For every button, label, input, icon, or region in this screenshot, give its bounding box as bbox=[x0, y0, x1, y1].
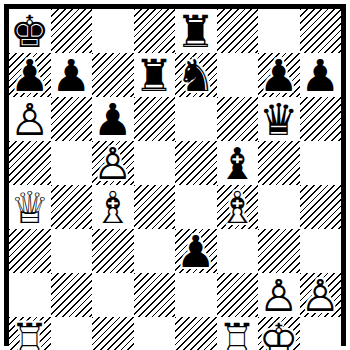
square-h2[interactable]: ♟♙ bbox=[300, 273, 342, 317]
square-c5[interactable]: ♟♙ bbox=[92, 141, 134, 185]
square-g6[interactable]: ♛ bbox=[258, 97, 300, 141]
white-pawn: ♟♙ bbox=[9, 97, 51, 141]
square-a1[interactable]: ♜♖ bbox=[9, 317, 51, 350]
square-a4[interactable]: ♛♕ bbox=[9, 185, 51, 229]
square-c8[interactable] bbox=[92, 9, 134, 53]
square-g2[interactable]: ♟♙ bbox=[258, 273, 300, 317]
square-f1[interactable]: ♜♖ bbox=[217, 317, 259, 350]
white-rook: ♜♖ bbox=[9, 317, 51, 350]
square-h7[interactable]: ♟ bbox=[300, 53, 342, 97]
square-b6[interactable] bbox=[51, 97, 93, 141]
square-c2[interactable] bbox=[92, 273, 134, 317]
square-a8[interactable]: ♚ bbox=[9, 9, 51, 53]
square-h1[interactable] bbox=[300, 317, 342, 350]
square-g8[interactable] bbox=[258, 9, 300, 53]
square-a3[interactable] bbox=[9, 229, 51, 273]
square-c7[interactable] bbox=[92, 53, 134, 97]
square-g1[interactable]: ♚♔ bbox=[258, 317, 300, 350]
square-f7[interactable] bbox=[217, 53, 259, 97]
square-d5[interactable] bbox=[134, 141, 176, 185]
chess-diagram: ♚♜♟♟♜♞♟♟♟♙♟♛♟♙♝♛♕♝♗♝♗♟♟♙♟♙♜♖♜♖♚♔ bbox=[0, 0, 350, 350]
white-king: ♚♔ bbox=[258, 317, 300, 350]
square-d7[interactable]: ♜ bbox=[134, 53, 176, 97]
square-b4[interactable] bbox=[51, 185, 93, 229]
black-rook: ♜ bbox=[134, 53, 176, 97]
black-pawn: ♟ bbox=[92, 97, 134, 141]
square-b7[interactable]: ♟ bbox=[51, 53, 93, 97]
square-b1[interactable] bbox=[51, 317, 93, 350]
black-rook: ♜ bbox=[175, 9, 217, 53]
black-knight: ♞ bbox=[175, 53, 217, 97]
square-d8[interactable] bbox=[134, 9, 176, 53]
square-d2[interactable] bbox=[134, 273, 176, 317]
square-e5[interactable] bbox=[175, 141, 217, 185]
white-pawn: ♟♙ bbox=[92, 141, 134, 185]
square-h3[interactable] bbox=[300, 229, 342, 273]
black-pawn: ♟ bbox=[300, 53, 342, 97]
black-pawn: ♟ bbox=[9, 53, 51, 97]
square-c6[interactable]: ♟ bbox=[92, 97, 134, 141]
square-e7[interactable]: ♞ bbox=[175, 53, 217, 97]
white-queen: ♛♕ bbox=[9, 185, 51, 229]
square-f2[interactable] bbox=[217, 273, 259, 317]
black-pawn: ♟ bbox=[258, 53, 300, 97]
square-h4[interactable] bbox=[300, 185, 342, 229]
square-e1[interactable] bbox=[175, 317, 217, 350]
square-f4[interactable]: ♝♗ bbox=[217, 185, 259, 229]
chessboard-grid: ♚♜♟♟♜♞♟♟♟♙♟♛♟♙♝♛♕♝♗♝♗♟♟♙♟♙♜♖♜♖♚♔ bbox=[9, 9, 341, 341]
white-bishop: ♝♗ bbox=[92, 185, 134, 229]
square-b3[interactable] bbox=[51, 229, 93, 273]
square-g3[interactable] bbox=[258, 229, 300, 273]
square-f3[interactable] bbox=[217, 229, 259, 273]
square-d3[interactable] bbox=[134, 229, 176, 273]
black-pawn: ♟ bbox=[175, 229, 217, 273]
square-a6[interactable]: ♟♙ bbox=[9, 97, 51, 141]
square-b2[interactable] bbox=[51, 273, 93, 317]
black-bishop: ♝ bbox=[217, 141, 259, 185]
square-g5[interactable] bbox=[258, 141, 300, 185]
square-e6[interactable] bbox=[175, 97, 217, 141]
white-bishop: ♝♗ bbox=[217, 185, 259, 229]
square-d4[interactable] bbox=[134, 185, 176, 229]
white-pawn: ♟♙ bbox=[258, 273, 300, 317]
square-b5[interactable] bbox=[51, 141, 93, 185]
square-b8[interactable] bbox=[51, 9, 93, 53]
square-d6[interactable] bbox=[134, 97, 176, 141]
square-a2[interactable] bbox=[9, 273, 51, 317]
square-c3[interactable] bbox=[92, 229, 134, 273]
square-f8[interactable] bbox=[217, 9, 259, 53]
square-h5[interactable] bbox=[300, 141, 342, 185]
board-frame: ♚♜♟♟♜♞♟♟♟♙♟♛♟♙♝♛♕♝♗♝♗♟♟♙♟♙♜♖♜♖♚♔ bbox=[4, 4, 346, 346]
white-pawn: ♟♙ bbox=[300, 273, 342, 317]
square-e4[interactable] bbox=[175, 185, 217, 229]
square-a7[interactable]: ♟ bbox=[9, 53, 51, 97]
square-h8[interactable] bbox=[300, 9, 342, 53]
white-rook: ♜♖ bbox=[217, 317, 259, 350]
black-pawn: ♟ bbox=[51, 53, 93, 97]
square-e3[interactable]: ♟ bbox=[175, 229, 217, 273]
square-g4[interactable] bbox=[258, 185, 300, 229]
square-e2[interactable] bbox=[175, 273, 217, 317]
square-f5[interactable]: ♝ bbox=[217, 141, 259, 185]
square-h6[interactable] bbox=[300, 97, 342, 141]
square-a5[interactable] bbox=[9, 141, 51, 185]
square-d1[interactable] bbox=[134, 317, 176, 350]
square-c1[interactable] bbox=[92, 317, 134, 350]
black-king: ♚ bbox=[9, 9, 51, 53]
square-c4[interactable]: ♝♗ bbox=[92, 185, 134, 229]
black-queen: ♛ bbox=[258, 97, 300, 141]
square-f6[interactable] bbox=[217, 97, 259, 141]
square-g7[interactable]: ♟ bbox=[258, 53, 300, 97]
square-e8[interactable]: ♜ bbox=[175, 9, 217, 53]
